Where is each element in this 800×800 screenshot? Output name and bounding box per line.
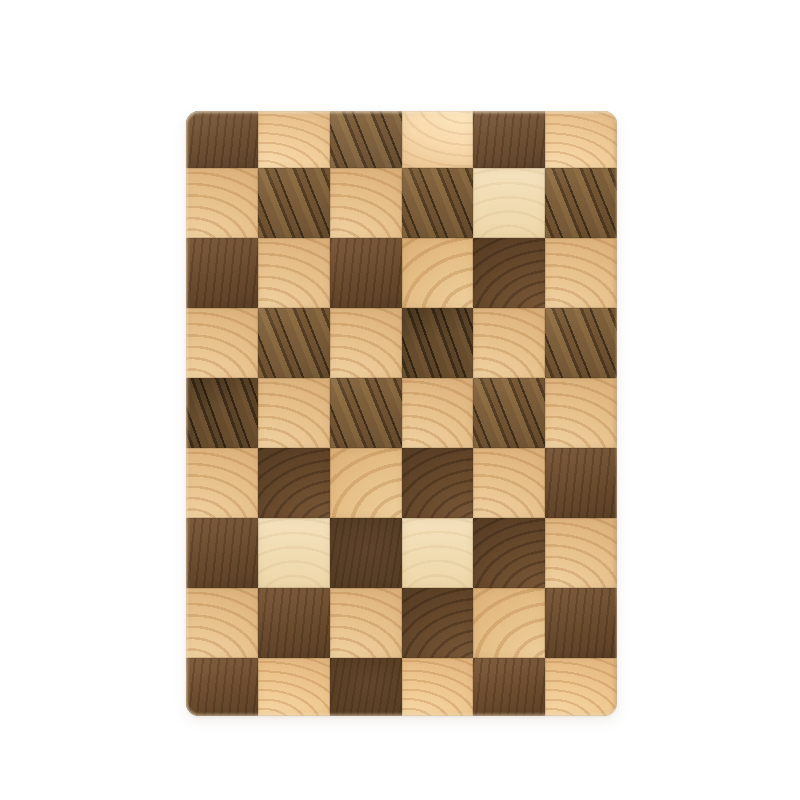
board-square-r3c2: [258, 238, 330, 308]
board-square-r6c6: [545, 448, 617, 518]
board-square-r6c4: [402, 448, 474, 518]
board-square-r7c5: [473, 518, 545, 588]
board-square-r6c3: [330, 448, 402, 518]
board-square-r5c3: [330, 378, 402, 448]
board-square-r2c2: [258, 168, 330, 238]
board-square-r8c4: [402, 588, 474, 658]
board-square-r8c1: [186, 588, 258, 658]
board-square-r3c3: [330, 238, 402, 308]
board-square-r7c2: [258, 518, 330, 588]
board-square-r4c1: [186, 308, 258, 378]
board-square-r9c2: [258, 658, 330, 716]
board-square-r5c1: [186, 378, 258, 448]
board-square-r4c3: [330, 308, 402, 378]
board-square-r8c6: [545, 588, 617, 658]
board-square-r1c4: [402, 111, 474, 168]
cutting-board: [186, 111, 617, 716]
board-square-r9c5: [473, 658, 545, 716]
board-square-r2c5: [473, 168, 545, 238]
board-square-r4c6: [545, 308, 617, 378]
board-square-r8c2: [258, 588, 330, 658]
board-square-r5c4: [402, 378, 474, 448]
board-square-r7c1: [186, 518, 258, 588]
board-square-r6c1: [186, 448, 258, 518]
board-square-r1c1: [186, 111, 258, 168]
board-square-r2c1: [186, 168, 258, 238]
board-square-r5c2: [258, 378, 330, 448]
board-square-r6c2: [258, 448, 330, 518]
board-square-r5c6: [545, 378, 617, 448]
board-square-r3c5: [473, 238, 545, 308]
board-square-r2c4: [402, 168, 474, 238]
board-square-r9c1: [186, 658, 258, 716]
board-square-r7c6: [545, 518, 617, 588]
board-square-r5c5: [473, 378, 545, 448]
board-square-r1c6: [545, 111, 617, 168]
board-square-r9c3: [330, 658, 402, 716]
board-square-r1c2: [258, 111, 330, 168]
photo-canvas: [0, 0, 800, 800]
board-square-r8c3: [330, 588, 402, 658]
board-square-r1c3: [330, 111, 402, 168]
board-square-r9c4: [402, 658, 474, 716]
board-square-r8c5: [473, 588, 545, 658]
board-square-r3c1: [186, 238, 258, 308]
board-square-r2c3: [330, 168, 402, 238]
board-square-r9c6: [545, 658, 617, 716]
board-square-r4c2: [258, 308, 330, 378]
board-square-r2c6: [545, 168, 617, 238]
board-square-r1c5: [473, 111, 545, 168]
board-square-r7c3: [330, 518, 402, 588]
board-square-r3c6: [545, 238, 617, 308]
board-square-r3c4: [402, 238, 474, 308]
board-square-r7c4: [402, 518, 474, 588]
board-square-r4c5: [473, 308, 545, 378]
board-square-r6c5: [473, 448, 545, 518]
board-square-r4c4: [402, 308, 474, 378]
